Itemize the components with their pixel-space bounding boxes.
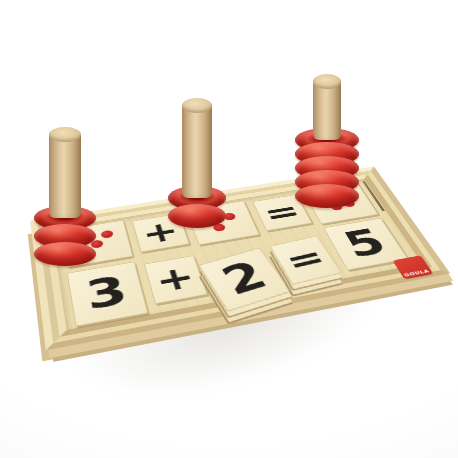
red-ring[interactable] <box>34 242 96 266</box>
product-photo-scene: + = 3 + 2 = 5 GOULA <box>0 0 458 458</box>
red-ring[interactable] <box>168 204 226 228</box>
red-ring[interactable] <box>295 184 359 208</box>
red-dot <box>101 230 114 239</box>
plus-sign: + <box>152 261 199 298</box>
peg-assembly-middle <box>168 105 226 253</box>
wooden-peg-middle[interactable] <box>182 105 212 198</box>
wooden-peg-right[interactable] <box>313 81 341 140</box>
wooden-peg-left[interactable] <box>49 134 81 218</box>
numeral-2: 2 <box>215 256 274 302</box>
peg-assembly-left <box>34 134 96 290</box>
equals-sign: = <box>279 242 331 278</box>
peg-assembly-right <box>295 81 359 233</box>
